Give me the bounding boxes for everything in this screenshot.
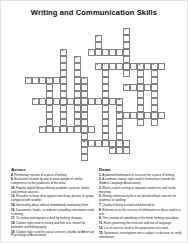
clue-number-label: 11. xyxy=(99,221,104,225)
clue-number-label: 7. xyxy=(99,203,102,207)
clue-number: 16 xyxy=(117,113,120,116)
grid-cell[interactable] xyxy=(137,105,144,112)
grid-cell[interactable] xyxy=(116,133,123,140)
grid-cell[interactable] xyxy=(74,126,81,133)
grid-cell[interactable] xyxy=(116,49,123,56)
grid-cell[interactable] xyxy=(46,84,53,91)
grid-cell[interactable] xyxy=(158,112,165,119)
clue-number-label: 4. xyxy=(11,173,14,177)
grid-cell[interactable]: 5 xyxy=(74,56,81,63)
grid-cell[interactable] xyxy=(144,63,151,70)
clue-number-label: 8. xyxy=(99,208,102,212)
grid-cell[interactable] xyxy=(151,84,158,91)
grid-cell[interactable] xyxy=(88,140,95,147)
grid-cell[interactable]: 12 xyxy=(81,77,88,84)
grid-cell[interactable] xyxy=(60,56,67,63)
grid-cell[interactable] xyxy=(60,119,67,126)
grid-cell[interactable] xyxy=(123,49,130,56)
grid-cell[interactable] xyxy=(32,77,39,84)
grid-cell[interactable] xyxy=(102,105,109,112)
grid-cell[interactable] xyxy=(67,98,74,105)
clue-down-15: 15. Systematic investigation into a subj… xyxy=(99,232,183,239)
grid-cell[interactable]: 4 xyxy=(88,49,95,56)
clue-number: 3 xyxy=(61,50,62,53)
grid-cell[interactable]: 17 xyxy=(39,126,46,133)
clue-number-label: 1. xyxy=(99,173,102,177)
grid-cell[interactable]: 1 xyxy=(123,28,130,35)
grid-cell[interactable] xyxy=(151,105,158,112)
grid-cell[interactable] xyxy=(116,140,123,147)
clue-across-13: 13. Prejudice in favor of or against one… xyxy=(11,195,96,202)
grid-cell[interactable] xyxy=(151,119,158,126)
grid-cell[interactable] xyxy=(39,77,46,84)
clue-number-label: 9. xyxy=(99,216,102,220)
grid-cell[interactable] xyxy=(95,42,102,49)
grid-cell[interactable] xyxy=(144,112,151,119)
grid-cell[interactable] xyxy=(102,112,109,119)
grid-cell[interactable] xyxy=(116,126,123,133)
grid-cell[interactable] xyxy=(116,63,123,70)
grid-cell[interactable] xyxy=(88,98,95,105)
grid-cell[interactable] xyxy=(81,126,88,133)
clue-number: 10 xyxy=(26,78,29,81)
clue-number: 1 xyxy=(124,29,125,32)
grid-cell[interactable] xyxy=(74,112,81,119)
clue-number-label: 6. xyxy=(11,177,14,181)
grid-cell[interactable] xyxy=(123,147,130,154)
grid-cell[interactable]: 11 xyxy=(46,77,53,84)
grid-cell[interactable] xyxy=(109,49,116,56)
grid-cell[interactable] xyxy=(137,70,144,77)
clue-number-label: 14. xyxy=(11,203,16,207)
clue-number: 14 xyxy=(33,99,36,102)
clue-across-18: 18. Citation style used in history and f… xyxy=(11,222,96,229)
grid-cell[interactable] xyxy=(102,140,109,147)
clue-number-label: 5. xyxy=(99,194,102,198)
clue-number-label: 18. xyxy=(11,221,16,225)
clue-number: 4 xyxy=(89,50,90,53)
clue-number-label: 13. xyxy=(11,194,16,198)
grid-cell[interactable] xyxy=(102,49,109,56)
grid-cell[interactable] xyxy=(102,133,109,140)
grid-cell[interactable] xyxy=(151,112,158,119)
grid-cell[interactable] xyxy=(60,91,67,98)
grid-cell[interactable] xyxy=(123,35,130,42)
grid-cell[interactable]: 6 xyxy=(95,63,102,70)
grid-cell[interactable] xyxy=(46,119,53,126)
clue-number-label: 3. xyxy=(99,186,102,190)
grid-cell[interactable] xyxy=(116,147,123,154)
grid-cell[interactable] xyxy=(102,126,109,133)
clue-number: 18 xyxy=(82,141,85,144)
clue-number: 15 xyxy=(117,99,120,102)
grid-cell[interactable] xyxy=(81,84,88,91)
clue-down-2: 2. A common citation style used in human… xyxy=(99,178,183,185)
grid-cell[interactable] xyxy=(102,70,109,77)
grid-cell[interactable] xyxy=(102,119,109,126)
crossword-grid: 12345678910111218131415161719 xyxy=(25,28,165,161)
grid-cell[interactable] xyxy=(95,98,102,105)
grid-cell[interactable] xyxy=(137,91,144,98)
grid-cell[interactable] xyxy=(151,70,158,77)
grid-cell[interactable] xyxy=(46,112,53,119)
grid-cell[interactable] xyxy=(81,147,88,154)
down-header: Down xyxy=(99,167,183,172)
grid-cell[interactable] xyxy=(123,140,130,147)
grid-cell[interactable] xyxy=(123,42,130,49)
grid-cell[interactable] xyxy=(158,63,165,70)
grid-cell[interactable] xyxy=(60,105,67,112)
grid-cell[interactable] xyxy=(88,126,95,133)
grid-cell[interactable] xyxy=(102,77,109,84)
grid-cell[interactable] xyxy=(137,112,144,119)
grid-cell[interactable] xyxy=(116,119,123,126)
clue-across-19: 19. Citation style used for social scien… xyxy=(11,231,96,238)
grid-cell[interactable]: 10 xyxy=(25,77,32,84)
grid-cell[interactable] xyxy=(137,98,144,105)
clue-number: 7 xyxy=(103,64,104,67)
clue-down-3: 3. Marks used in writing to separate sen… xyxy=(99,187,183,194)
grid-cell[interactable] xyxy=(102,84,109,91)
across-clues: Across 4. Preliminary version of a piece… xyxy=(11,167,96,239)
grid-cell[interactable]: 7 xyxy=(102,63,109,70)
clue-number: 11 xyxy=(47,78,50,81)
clue-across-10: 10. Popular digital library offering aca… xyxy=(11,187,96,194)
grid-cell[interactable] xyxy=(60,84,67,91)
grid-cell[interactable] xyxy=(74,119,81,126)
grid-cell[interactable] xyxy=(123,56,130,63)
grid-cell[interactable] xyxy=(144,84,151,91)
grid-cell[interactable] xyxy=(74,105,81,112)
puzzle-title: Writing and Communication Skills xyxy=(1,8,187,17)
grid-cell[interactable] xyxy=(81,91,88,98)
clue-number-label: 12. xyxy=(99,226,104,230)
grid-cell[interactable]: 16 xyxy=(116,112,123,119)
grid-cell[interactable] xyxy=(81,119,88,126)
grid-cell[interactable] xyxy=(109,140,116,147)
grid-cell[interactable] xyxy=(130,84,137,91)
grid-cell[interactable] xyxy=(74,70,81,77)
grid-cell[interactable] xyxy=(46,105,53,112)
grid-cell[interactable] xyxy=(123,63,130,70)
clue-number: 17 xyxy=(40,127,43,130)
down-clues-list: 1. A planned framework or structure for … xyxy=(99,174,183,240)
clue-number-label: 15. xyxy=(99,231,104,235)
clue-number: 12 xyxy=(82,78,85,81)
across-clues-list: 4. Preliminary version of a piece of wri… xyxy=(11,174,96,239)
clue-number: 5 xyxy=(75,57,76,60)
grid-cell[interactable] xyxy=(151,98,158,105)
grid-cell[interactable] xyxy=(53,98,60,105)
grid-cell[interactable] xyxy=(46,126,53,133)
clue-across-6: 6. Evaluation of work by one or more peo… xyxy=(11,178,96,185)
grid-cell[interactable] xyxy=(151,77,158,84)
grid-cell[interactable] xyxy=(81,98,88,105)
grid-cell[interactable] xyxy=(109,98,116,105)
grid-cell[interactable] xyxy=(81,105,88,112)
grid-cell[interactable]: 3 xyxy=(60,49,67,56)
clue-down-8: 8. References to the sources of informat… xyxy=(99,209,183,216)
grid-cell[interactable] xyxy=(102,91,109,98)
grid-cell[interactable] xyxy=(95,49,102,56)
grid-cell[interactable] xyxy=(74,91,81,98)
clue-number: 13 xyxy=(124,85,127,88)
grid-cell[interactable]: 2 xyxy=(95,35,102,42)
grid-cell[interactable] xyxy=(81,112,88,119)
clue-number-label: 10. xyxy=(11,186,16,190)
grid-cell[interactable] xyxy=(74,84,81,91)
grid-cell[interactable] xyxy=(137,77,144,84)
grid-cell[interactable] xyxy=(39,98,46,105)
clue-number-label: 17. xyxy=(11,216,16,220)
grid-cell[interactable] xyxy=(67,126,74,133)
grid-cell[interactable] xyxy=(102,98,109,105)
clue-number-label: 19. xyxy=(11,230,16,234)
across-header: Across xyxy=(11,167,96,172)
grid-cell[interactable] xyxy=(46,91,53,98)
crossword-page: Writing and Communication Skills 1234567… xyxy=(0,0,188,243)
grid-cell[interactable] xyxy=(74,63,81,70)
grid-cell[interactable] xyxy=(123,70,130,77)
grid-cell[interactable] xyxy=(60,126,67,133)
grid-cell[interactable] xyxy=(60,77,67,84)
grid-cell[interactable] xyxy=(81,154,88,161)
grid-cell[interactable] xyxy=(74,77,81,84)
down-clues: Down 1. A planned framework or structure… xyxy=(99,167,183,240)
grid-cell[interactable] xyxy=(137,84,144,91)
grid-cell[interactable] xyxy=(46,98,53,105)
grid-cell[interactable]: 19 xyxy=(109,147,116,154)
grid-cell[interactable]: 13 xyxy=(123,84,130,91)
grid-cell[interactable] xyxy=(74,98,81,105)
grid-cell[interactable]: 14 xyxy=(32,98,39,105)
clue-number-label: 2. xyxy=(99,177,102,181)
clue-down-5: 5. Writing continuously for a set period… xyxy=(99,195,183,202)
clue-number: 6 xyxy=(96,64,97,67)
grid-cell[interactable] xyxy=(130,63,137,70)
grid-cell[interactable] xyxy=(116,105,123,112)
grid-cell[interactable] xyxy=(60,63,67,70)
grid-cell[interactable] xyxy=(109,63,116,70)
grid-cell[interactable]: 8 xyxy=(137,63,144,70)
grid-cell[interactable] xyxy=(81,133,88,140)
grid-cell[interactable]: 15 xyxy=(116,98,123,105)
grid-cell[interactable] xyxy=(123,112,130,119)
grid-cell[interactable] xyxy=(95,140,102,147)
clue-number: 19 xyxy=(110,148,113,151)
grid-cell[interactable]: 18 xyxy=(81,140,88,147)
clue-number: 2 xyxy=(96,36,97,39)
clue-number: 9 xyxy=(152,64,153,67)
grid-cell[interactable] xyxy=(60,98,67,105)
grid-cell[interactable]: 9 xyxy=(151,63,158,70)
grid-cell[interactable] xyxy=(137,119,144,126)
grid-cell[interactable] xyxy=(60,112,67,119)
clue-number: 8 xyxy=(138,64,139,67)
grid-cell[interactable] xyxy=(53,77,60,84)
clue-across-16: 16. Documents, books, or websites provid… xyxy=(11,209,96,216)
grid-cell[interactable] xyxy=(53,126,60,133)
grid-cell[interactable] xyxy=(60,70,67,77)
clue-number-label: 16. xyxy=(11,208,16,212)
grid-cell[interactable] xyxy=(130,112,137,119)
grid-cell[interactable] xyxy=(151,91,158,98)
